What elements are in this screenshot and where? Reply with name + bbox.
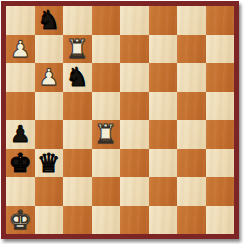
square-d1 [92, 206, 121, 235]
square-d6 [92, 63, 121, 92]
square-d8 [92, 6, 121, 35]
square-f8 [149, 6, 178, 35]
square-g1 [177, 206, 206, 235]
piece-black-pawn: ♟ [10, 120, 31, 148]
square-c8 [63, 6, 92, 35]
square-b4 [35, 120, 64, 149]
square-b5 [35, 92, 64, 121]
square-h1 [206, 206, 235, 235]
page: ♞♟♜♟♞♟♜♚♛♚ [0, 0, 244, 244]
square-c7: ♜ [63, 35, 92, 64]
square-f1 [149, 206, 178, 235]
piece-black-queen: ♛ [37, 149, 60, 177]
square-h7 [206, 35, 235, 64]
square-f2 [149, 177, 178, 206]
square-g7 [177, 35, 206, 64]
square-d2 [92, 177, 121, 206]
square-b2 [35, 177, 64, 206]
square-f6 [149, 63, 178, 92]
square-c1 [63, 206, 92, 235]
square-g8 [177, 6, 206, 35]
square-d7 [92, 35, 121, 64]
square-a6 [6, 63, 35, 92]
square-b7 [35, 35, 64, 64]
square-h3 [206, 149, 235, 178]
square-g4 [177, 120, 206, 149]
square-e8 [120, 6, 149, 35]
square-g2 [177, 177, 206, 206]
square-h4 [206, 120, 235, 149]
square-f5 [149, 92, 178, 121]
square-e4 [120, 120, 149, 149]
piece-black-knight: ♞ [37, 6, 60, 34]
square-h5 [206, 92, 235, 121]
square-b8: ♞ [35, 6, 64, 35]
square-a1: ♚ [6, 206, 35, 235]
square-e3 [120, 149, 149, 178]
piece-white-rook: ♜ [66, 35, 89, 63]
square-d3 [92, 149, 121, 178]
piece-white-pawn: ♟ [38, 63, 59, 91]
square-g6 [177, 63, 206, 92]
square-d4: ♜ [92, 120, 121, 149]
square-b1 [35, 206, 64, 235]
square-e5 [120, 92, 149, 121]
piece-white-king: ♚ [9, 206, 32, 234]
piece-white-rook: ♜ [94, 120, 117, 148]
square-a5 [6, 92, 35, 121]
square-a3: ♚ [6, 149, 35, 178]
square-c2 [63, 177, 92, 206]
square-c4 [63, 120, 92, 149]
square-h2 [206, 177, 235, 206]
chessboard: ♞♟♜♟♞♟♜♚♛♚ [6, 6, 234, 234]
square-f4 [149, 120, 178, 149]
piece-black-knight: ♞ [66, 63, 89, 91]
square-d5 [92, 92, 121, 121]
square-c5 [63, 92, 92, 121]
square-g5 [177, 92, 206, 121]
square-a4: ♟ [6, 120, 35, 149]
square-a2 [6, 177, 35, 206]
square-e1 [120, 206, 149, 235]
square-h8 [206, 6, 235, 35]
chessboard-frame: ♞♟♜♟♞♟♜♚♛♚ [1, 1, 239, 239]
square-a7: ♟ [6, 35, 35, 64]
square-g3 [177, 149, 206, 178]
square-f7 [149, 35, 178, 64]
square-e7 [120, 35, 149, 64]
square-c6: ♞ [63, 63, 92, 92]
square-f3 [149, 149, 178, 178]
square-b6: ♟ [35, 63, 64, 92]
square-e6 [120, 63, 149, 92]
square-b3: ♛ [35, 149, 64, 178]
piece-white-pawn: ♟ [10, 35, 31, 63]
square-e2 [120, 177, 149, 206]
square-a8 [6, 6, 35, 35]
square-c3 [63, 149, 92, 178]
square-h6 [206, 63, 235, 92]
piece-black-king: ♚ [9, 149, 32, 177]
